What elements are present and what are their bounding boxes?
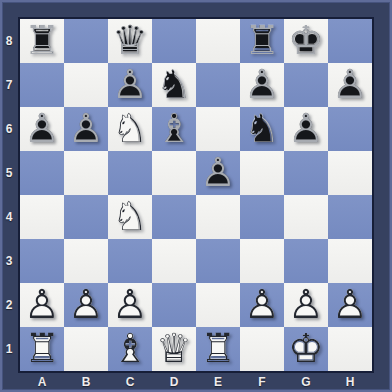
square-f4[interactable] — [240, 195, 284, 239]
square-h4[interactable] — [328, 195, 372, 239]
square-f1[interactable] — [240, 327, 284, 371]
square-d1[interactable]: ♛♕ — [152, 327, 196, 371]
piece-black-pawn[interactable]: ♟♙ — [284, 107, 328, 151]
chess-board[interactable]: ♜♖♛♕♜♖♚♔♟♙♞♘♟♙♟♙♟♙♟♙♞♘♝♗♞♘♟♙♟♙♞♘♟♙♟♙♟♙♟♙… — [18, 17, 374, 373]
piece-white-pawn[interactable]: ♟♙ — [328, 283, 372, 327]
rank-label-8: 8 — [0, 19, 18, 63]
square-b2[interactable]: ♟♙ — [64, 283, 108, 327]
piece-black-pawn[interactable]: ♟♙ — [20, 107, 64, 151]
piece-white-rook[interactable]: ♜♖ — [20, 327, 64, 371]
square-g1[interactable]: ♚♔ — [284, 327, 328, 371]
piece-black-rook[interactable]: ♜♖ — [240, 19, 284, 63]
piece-black-bishop[interactable]: ♝♗ — [152, 107, 196, 151]
square-g7[interactable] — [284, 63, 328, 107]
square-h1[interactable] — [328, 327, 372, 371]
piece-white-knight[interactable]: ♞♘ — [108, 107, 152, 151]
square-h7[interactable]: ♟♙ — [328, 63, 372, 107]
piece-glyph-line: ♔ — [288, 328, 324, 368]
square-b7[interactable] — [64, 63, 108, 107]
piece-white-king[interactable]: ♚♔ — [284, 327, 328, 371]
square-e4[interactable] — [196, 195, 240, 239]
piece-white-pawn[interactable]: ♟♙ — [64, 283, 108, 327]
square-e3[interactable] — [196, 239, 240, 283]
square-e8[interactable] — [196, 19, 240, 63]
piece-glyph-line: ♙ — [68, 284, 104, 324]
square-g3[interactable] — [284, 239, 328, 283]
square-f8[interactable]: ♜♖ — [240, 19, 284, 63]
piece-glyph-line: ♙ — [24, 284, 60, 324]
piece-glyph-line: ♙ — [332, 284, 368, 324]
piece-glyph-line: ♙ — [244, 284, 280, 324]
piece-glyph-line: ♙ — [244, 64, 280, 104]
square-e1[interactable]: ♜♖ — [196, 327, 240, 371]
square-b5[interactable] — [64, 151, 108, 195]
square-a5[interactable] — [20, 151, 64, 195]
piece-white-queen[interactable]: ♛♕ — [152, 327, 196, 371]
square-a8[interactable]: ♜♖ — [20, 19, 64, 63]
rank-label-1: 1 — [0, 327, 18, 371]
square-c4[interactable]: ♞♘ — [108, 195, 152, 239]
square-b1[interactable] — [64, 327, 108, 371]
square-c3[interactable] — [108, 239, 152, 283]
square-a3[interactable] — [20, 239, 64, 283]
square-h6[interactable] — [328, 107, 372, 151]
piece-glyph-line: ♕ — [156, 328, 192, 368]
piece-black-pawn[interactable]: ♟♙ — [64, 107, 108, 151]
piece-glyph-line: ♗ — [156, 108, 192, 148]
square-g5[interactable] — [284, 151, 328, 195]
chessboard-widget: 87654321 ♜♖♛♕♜♖♚♔♟♙♞♘♟♙♟♙♟♙♟♙♞♘♝♗♞♘♟♙♟♙♞… — [0, 0, 392, 392]
piece-glyph-line: ♘ — [244, 108, 280, 148]
square-g4[interactable] — [284, 195, 328, 239]
rank-label-4: 4 — [0, 195, 18, 239]
rank-labels: 87654321 — [0, 19, 18, 371]
square-f5[interactable] — [240, 151, 284, 195]
file-label-h: H — [328, 373, 372, 390]
piece-white-knight[interactable]: ♞♘ — [108, 195, 152, 239]
piece-glyph-line: ♕ — [112, 20, 148, 60]
square-e2[interactable] — [196, 283, 240, 327]
square-c8[interactable]: ♛♕ — [108, 19, 152, 63]
square-b8[interactable] — [64, 19, 108, 63]
piece-glyph-line: ♙ — [288, 108, 324, 148]
square-f3[interactable] — [240, 239, 284, 283]
piece-glyph-line: ♙ — [68, 108, 104, 148]
file-label-b: B — [64, 373, 108, 390]
square-d6[interactable]: ♝♗ — [152, 107, 196, 151]
piece-black-pawn[interactable]: ♟♙ — [196, 151, 240, 195]
square-h3[interactable] — [328, 239, 372, 283]
square-a7[interactable] — [20, 63, 64, 107]
rank-label-6: 6 — [0, 107, 18, 151]
square-c5[interactable] — [108, 151, 152, 195]
file-label-f: F — [240, 373, 284, 390]
piece-white-rook[interactable]: ♜♖ — [196, 327, 240, 371]
piece-black-knight[interactable]: ♞♘ — [240, 107, 284, 151]
piece-glyph-line: ♙ — [288, 284, 324, 324]
square-b3[interactable] — [64, 239, 108, 283]
piece-glyph-line: ♘ — [156, 64, 192, 104]
file-label-g: G — [284, 373, 328, 390]
file-label-a: A — [20, 373, 64, 390]
square-h8[interactable] — [328, 19, 372, 63]
piece-glyph-line: ♖ — [200, 328, 236, 368]
square-a2[interactable]: ♟♙ — [20, 283, 64, 327]
piece-glyph-line: ♘ — [112, 196, 148, 236]
square-a6[interactable]: ♟♙ — [20, 107, 64, 151]
square-e7[interactable] — [196, 63, 240, 107]
file-label-e: E — [196, 373, 240, 390]
piece-black-rook[interactable]: ♜♖ — [20, 19, 64, 63]
square-e5[interactable]: ♟♙ — [196, 151, 240, 195]
square-b6[interactable]: ♟♙ — [64, 107, 108, 151]
square-d3[interactable] — [152, 239, 196, 283]
square-c6[interactable]: ♞♘ — [108, 107, 152, 151]
square-c2[interactable]: ♟♙ — [108, 283, 152, 327]
piece-glyph-line: ♖ — [24, 20, 60, 60]
piece-white-pawn[interactable]: ♟♙ — [20, 283, 64, 327]
square-a1[interactable]: ♜♖ — [20, 327, 64, 371]
file-labels: ABCDEFGH — [20, 373, 372, 390]
rank-label-5: 5 — [0, 151, 18, 195]
rank-label-2: 2 — [0, 283, 18, 327]
square-f2[interactable]: ♟♙ — [240, 283, 284, 327]
piece-glyph-line: ♘ — [112, 108, 148, 148]
square-e6[interactable] — [196, 107, 240, 151]
piece-glyph-line: ♔ — [288, 20, 324, 60]
piece-glyph-line: ♙ — [200, 152, 236, 192]
piece-glyph-line: ♗ — [112, 328, 148, 368]
square-d7[interactable]: ♞♘ — [152, 63, 196, 107]
piece-glyph-line: ♙ — [332, 64, 368, 104]
piece-white-pawn[interactable]: ♟♙ — [240, 283, 284, 327]
piece-black-pawn[interactable]: ♟♙ — [240, 63, 284, 107]
square-d4[interactable] — [152, 195, 196, 239]
square-c1[interactable]: ♝♗ — [108, 327, 152, 371]
file-label-d: D — [152, 373, 196, 390]
rank-label-7: 7 — [0, 63, 18, 107]
piece-white-bishop[interactable]: ♝♗ — [108, 327, 152, 371]
square-g6[interactable]: ♟♙ — [284, 107, 328, 151]
square-f7[interactable]: ♟♙ — [240, 63, 284, 107]
square-d5[interactable] — [152, 151, 196, 195]
piece-black-knight[interactable]: ♞♘ — [152, 63, 196, 107]
rank-label-3: 3 — [0, 239, 18, 283]
square-d8[interactable] — [152, 19, 196, 63]
piece-white-pawn[interactable]: ♟♙ — [108, 283, 152, 327]
piece-black-pawn[interactable]: ♟♙ — [328, 63, 372, 107]
square-f6[interactable]: ♞♘ — [240, 107, 284, 151]
file-label-c: C — [108, 373, 152, 390]
square-h2[interactable]: ♟♙ — [328, 283, 372, 327]
square-a4[interactable] — [20, 195, 64, 239]
square-g8[interactable]: ♚♔ — [284, 19, 328, 63]
piece-white-pawn[interactable]: ♟♙ — [284, 283, 328, 327]
piece-black-pawn[interactable]: ♟♙ — [108, 63, 152, 107]
piece-glyph-line: ♙ — [24, 108, 60, 148]
piece-glyph-line: ♖ — [24, 328, 60, 368]
piece-black-queen[interactable]: ♛♕ — [108, 19, 152, 63]
piece-glyph-line: ♖ — [244, 20, 280, 60]
square-h5[interactable] — [328, 151, 372, 195]
piece-glyph-line: ♙ — [112, 64, 148, 104]
square-b4[interactable] — [64, 195, 108, 239]
square-d2[interactable] — [152, 283, 196, 327]
piece-glyph-line: ♙ — [112, 284, 148, 324]
square-c7[interactable]: ♟♙ — [108, 63, 152, 107]
piece-black-king[interactable]: ♚♔ — [284, 19, 328, 63]
square-g2[interactable]: ♟♙ — [284, 283, 328, 327]
